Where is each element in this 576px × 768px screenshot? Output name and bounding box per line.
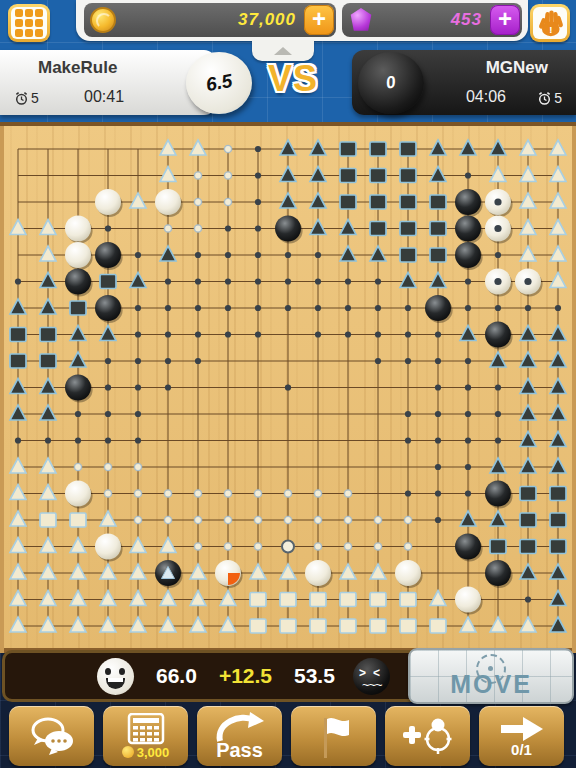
add-gems-button[interactable]: +: [490, 5, 520, 35]
coin-icon: [122, 746, 134, 758]
gem-counter: 453 +: [342, 3, 522, 37]
white-score: 66.0: [156, 664, 197, 688]
menu-button[interactable]: [8, 4, 50, 42]
score-lead: +12.5: [219, 664, 272, 688]
coin-icon: [90, 7, 116, 33]
count-cost: 3,000: [122, 745, 170, 760]
time-black: 04:06: [466, 88, 506, 106]
clock-icon: [537, 91, 552, 106]
player-name-white: MakeRule: [38, 58, 117, 78]
komi-badge: 6.5: [186, 52, 252, 114]
currency-panel: 37,000 + 453 +: [76, 0, 528, 41]
black-score: 53.5: [294, 664, 335, 688]
gem-icon: [349, 8, 373, 32]
menu-grid-icon: [15, 9, 43, 37]
move-counter: 0/1: [511, 741, 532, 758]
resign-button[interactable]: [291, 706, 376, 766]
add-move-button[interactable]: [385, 706, 470, 766]
vs-label: VS: [248, 58, 338, 100]
svg-text:!: !: [549, 24, 552, 35]
move-button[interactable]: MOVE: [408, 648, 574, 704]
capture-badge: 0: [358, 52, 424, 114]
pass-button[interactable]: Pass: [197, 706, 282, 766]
board-layers: [0, 122, 576, 653]
player-card-white: MakeRule 5 00:41: [0, 50, 216, 115]
white-happy-face-icon: [97, 658, 134, 695]
gem-amount: 453: [373, 10, 490, 30]
byoyomi-black: 5: [537, 90, 562, 106]
score-count-button[interactable]: 3,000: [103, 706, 188, 766]
add-stone-icon: [399, 713, 457, 759]
chat-bubbles-icon: [26, 714, 78, 758]
time-white: 00:41: [84, 88, 124, 106]
hand-stop-button[interactable]: !: [530, 4, 570, 42]
clock-icon: [14, 91, 29, 106]
calculator-icon: [126, 713, 166, 745]
coin-counter: 37,000 +: [84, 3, 336, 37]
byoyomi-white: 5: [14, 90, 39, 106]
chevron-up-icon: [274, 47, 292, 55]
next-move-button[interactable]: 0/1: [479, 706, 564, 766]
black-upset-face-icon: >< ~~~: [353, 658, 390, 695]
player-name-black: MGNew: [486, 58, 548, 78]
add-coins-button[interactable]: +: [304, 5, 334, 35]
white-flag-icon: [310, 713, 358, 759]
go-board[interactable]: [0, 122, 576, 653]
arrow-right-icon: [497, 715, 547, 743]
coin-amount: 37,000: [116, 10, 304, 30]
chat-button[interactable]: [9, 706, 94, 766]
hand-icon: !: [535, 9, 565, 37]
